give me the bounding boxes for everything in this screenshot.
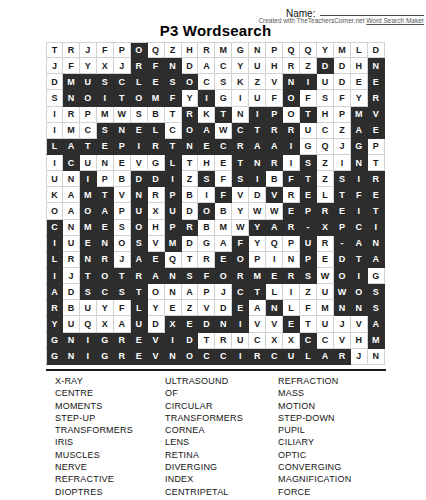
grid-cell: - (334, 236, 351, 252)
grid-cell: S (114, 284, 131, 300)
grid-cell: R (114, 333, 131, 349)
grid-cell: R (368, 90, 385, 106)
grid-cell: C (198, 74, 215, 90)
grid-cell: - (300, 220, 317, 236)
grid-cell: L (300, 349, 317, 365)
grid-cell: V (266, 187, 283, 203)
grid-cell: N (63, 349, 80, 365)
grid-cell: J (114, 58, 131, 74)
grid-cell: Z (182, 300, 199, 316)
grid-cell: P (283, 236, 300, 252)
grid-cell: P (165, 220, 182, 236)
grid-cell: E (165, 300, 182, 316)
grid-cell: U (131, 316, 148, 332)
grid-cell: E (283, 203, 300, 219)
grid-cell: C (46, 220, 63, 236)
grid-cell: J (334, 139, 351, 155)
grid-cell: I (283, 155, 300, 171)
grid-cell: W (266, 203, 283, 219)
word-list-column: REFRACTIONMASSMOTIONSTEP-DOWNPUPILCILIAR… (278, 375, 408, 498)
grid-cell: L (46, 252, 63, 268)
grid-cell: N (215, 316, 232, 332)
grid-cell: R (97, 252, 114, 268)
grid-cell: I (97, 90, 114, 106)
word-item: NERVE (55, 461, 160, 473)
grid-cell: E (114, 155, 131, 171)
grid-cell: U (283, 349, 300, 365)
grid-cell: T (198, 333, 215, 349)
grid-cell: A (63, 187, 80, 203)
grid-cell: Q (266, 236, 283, 252)
grid-cell: Z (165, 42, 182, 58)
grid-cell: B (182, 187, 199, 203)
grid-cell: C (249, 333, 266, 349)
grid-cell: W (232, 220, 249, 236)
grid-cell: M (334, 42, 351, 58)
grid-cell: C (215, 58, 232, 74)
grid-cell: N (283, 74, 300, 90)
grid-cell: W (317, 268, 334, 284)
grid-cell: R (63, 252, 80, 268)
grid-cell: R (198, 252, 215, 268)
grid-cell: M (165, 236, 182, 252)
grid-cell: C (80, 123, 97, 139)
grid-cell: O (182, 74, 199, 90)
grid-cell: H (351, 58, 368, 74)
grid-cell: Y (46, 316, 63, 332)
grid-cell: V (351, 316, 368, 332)
grid-cell: A (63, 203, 80, 219)
grid-cell: T (46, 42, 63, 58)
grid-cell: D (334, 252, 351, 268)
word-item: MOMENTS (55, 400, 160, 412)
grid-cell: O (131, 90, 148, 106)
grid-cell: N (368, 58, 385, 74)
grid-cell: O (283, 90, 300, 106)
grid-cell: B (148, 107, 165, 123)
grid-cell: M (215, 42, 232, 58)
grid-cell: Z (317, 155, 334, 171)
grid-cell: A (317, 349, 334, 365)
grid-cell: N (165, 349, 182, 365)
grid-cell: X (165, 316, 182, 332)
grid-cell: V (148, 349, 165, 365)
grid-cell: G (97, 349, 114, 365)
grid-cell: D (368, 42, 385, 58)
grid-cell: R (266, 123, 283, 139)
word-item: MUSCLES (55, 449, 160, 461)
grid-cell: V (249, 316, 266, 332)
grid-cell: P (97, 171, 114, 187)
grid-cell: A (131, 252, 148, 268)
grid-cell: M (249, 268, 266, 284)
grid-cell: B (266, 171, 283, 187)
grid-cell: F (63, 58, 80, 74)
grid-cell: D (198, 316, 215, 332)
grid-cell: Y (97, 300, 114, 316)
grid-cell: L (131, 74, 148, 90)
grid-cell: Z (334, 123, 351, 139)
grid-cell: U (232, 333, 249, 349)
grid-cell: B (114, 171, 131, 187)
grid-cell: R (46, 300, 63, 316)
grid-cell: O (351, 284, 368, 300)
grid-cell: N (165, 284, 182, 300)
grid-cell: G (198, 236, 215, 252)
grid-cell: D (334, 74, 351, 90)
grid-cell: Y (249, 220, 266, 236)
word-item: STEP-UP (55, 412, 160, 424)
grid-cell: E (368, 74, 385, 90)
grid-cell: I (165, 171, 182, 187)
grid-cell: L (351, 42, 368, 58)
grid-cell: S (215, 74, 232, 90)
grid-cell: S (368, 284, 385, 300)
grid-cell: T (300, 171, 317, 187)
grid-cell: V (334, 333, 351, 349)
grid-cell: D (182, 58, 199, 74)
grid-cell: R (131, 268, 148, 284)
grid-cell: L (266, 284, 283, 300)
grid-cell: C (351, 220, 368, 236)
grid-cell: O (232, 252, 249, 268)
grid-cell: A (198, 58, 215, 74)
grid-cell: J (80, 42, 97, 58)
grid-cell: U (80, 155, 97, 171)
grid-bottom-rule (46, 369, 386, 371)
word-item: RETINA (165, 449, 273, 461)
grid-cell: E (97, 220, 114, 236)
grid-cell: F (300, 300, 317, 316)
grid-cell: O (80, 203, 97, 219)
grid-cell: F (215, 187, 232, 203)
grid-cell: I (232, 90, 249, 106)
grid-cell: U (63, 236, 80, 252)
grid-cell: C (97, 284, 114, 300)
grid-cell: J (63, 268, 80, 284)
grid-cell: N (368, 349, 385, 365)
grid-cell: T (334, 187, 351, 203)
word-item: LENS (165, 436, 273, 448)
grid-cell: U (80, 300, 97, 316)
grid-cell: R (63, 42, 80, 58)
grid-cell: A (198, 123, 215, 139)
grid-cell: T (114, 268, 131, 284)
word-item: MASS (278, 387, 408, 399)
grid-cell: R (63, 107, 80, 123)
grid-cell: D (317, 58, 334, 74)
grid-cell: W (215, 123, 232, 139)
grid-cell: E (80, 236, 97, 252)
grid-cell: S (317, 90, 334, 106)
grid-cell: U (46, 171, 63, 187)
grid-cell: S (182, 268, 199, 284)
word-item: X-RAY (55, 375, 160, 387)
grid-cell: A (63, 139, 80, 155)
grid-cell: X (317, 220, 334, 236)
grid-cell: M (351, 107, 368, 123)
grid-cell: N (63, 333, 80, 349)
grid-cell: N (165, 58, 182, 74)
grid-cell: I (368, 220, 385, 236)
grid-cell: G (97, 333, 114, 349)
grid-cell: N (232, 107, 249, 123)
word-item: PUPIL (278, 424, 408, 436)
grid-cell: N (351, 300, 368, 316)
grid-cell: T (300, 107, 317, 123)
grid-cell: P (249, 252, 266, 268)
grid-cell: H (198, 155, 215, 171)
grid-cell: E (300, 187, 317, 203)
grid-cell: O (283, 107, 300, 123)
grid-cell: C (215, 349, 232, 365)
grid-cell: M (148, 90, 165, 106)
grid-cell: E (131, 333, 148, 349)
grid-cell: N (80, 252, 97, 268)
grid-cell: D (131, 171, 148, 187)
grid-cell: N (283, 252, 300, 268)
grid-cell: Q (148, 42, 165, 58)
grid-cell: F (215, 171, 232, 187)
grid-cell: R (232, 268, 249, 284)
word-item: CONVERGING (278, 461, 408, 473)
grid-cell: E (148, 74, 165, 90)
grid-cell: I (80, 171, 97, 187)
grid-cell: S (334, 171, 351, 187)
word-item: CILIARY (278, 436, 408, 448)
grid-cell: T (215, 107, 232, 123)
grid-cell: A (266, 220, 283, 236)
grid-cell: D (182, 333, 199, 349)
grid-cell: S (97, 123, 114, 139)
grid-cell: B (63, 300, 80, 316)
grid-cell: O (131, 42, 148, 58)
grid-cell: O (80, 90, 97, 106)
grid-cell: C (317, 333, 334, 349)
grid-cell: R (232, 139, 249, 155)
grid-cell: E (215, 155, 232, 171)
grid-cell: R (334, 349, 351, 365)
grid-cell: A (368, 316, 385, 332)
grid-cell: U (317, 316, 334, 332)
grid-cell: U (80, 74, 97, 90)
grid-cell: R (368, 171, 385, 187)
grid-cell: V (368, 107, 385, 123)
grid-cell: R (198, 42, 215, 58)
grid-cell: I (46, 107, 63, 123)
grid-cell: W (114, 107, 131, 123)
grid-cell: P (300, 203, 317, 219)
grid-cell: M (215, 220, 232, 236)
grid-cell: T (131, 284, 148, 300)
grid-cell: E (317, 252, 334, 268)
grid-cell: S (198, 171, 215, 187)
word-item: TRANSFORMERS (55, 424, 160, 436)
grid-cell: R (317, 203, 334, 219)
grid-cell: A (368, 252, 385, 268)
grid-cell: S (114, 220, 131, 236)
grid-cell: H (317, 107, 334, 123)
grid-cell: O (182, 123, 199, 139)
grid-cell: M (80, 220, 97, 236)
grid-cell: K (198, 107, 215, 123)
grid-cell: F (232, 236, 249, 252)
grid-cell: E (232, 300, 249, 316)
grid-cell: N (368, 236, 385, 252)
grid-cell: Q (165, 252, 182, 268)
grid-cell: E (198, 139, 215, 155)
grid-cell: M (97, 107, 114, 123)
grid-cell: J (114, 252, 131, 268)
grid-cell: A (114, 316, 131, 332)
grid-cell: V (148, 236, 165, 252)
grid-cell: N (63, 90, 80, 106)
grid-cell: U (317, 284, 334, 300)
grid-cell: P (334, 220, 351, 236)
grid-cell: X (266, 333, 283, 349)
grid-cell: I (351, 203, 368, 219)
grid-cell: J (215, 284, 232, 300)
grid-cell: V (198, 300, 215, 316)
grid-cell: V (114, 187, 131, 203)
name-blank-line (320, 15, 424, 16)
grid-cell: L (317, 187, 334, 203)
grid-cell: S (80, 284, 97, 300)
grid-cell: V (266, 74, 283, 90)
grid-cell: E (351, 74, 368, 90)
grid-cell: I (266, 252, 283, 268)
word-item: DIVERGING (165, 461, 273, 473)
grid-cell: I (131, 139, 148, 155)
grid-cell: N (97, 236, 114, 252)
grid-cell: I (46, 268, 63, 284)
grid-cell: N (165, 268, 182, 284)
grid-cell: H (148, 220, 165, 236)
grid-cell: D (182, 236, 199, 252)
grid-cell: Y (232, 58, 249, 74)
grid-cell: R (148, 187, 165, 203)
grid-cell: N (97, 155, 114, 171)
grid-cell: C (266, 349, 283, 365)
word-item: REFRACTIVE (55, 473, 160, 485)
grid-cell: Y (148, 300, 165, 316)
grid-cell: T (165, 107, 182, 123)
grid-cell: A (351, 123, 368, 139)
grid-cell: Y (351, 90, 368, 106)
word-item: TRANSFORMERS (165, 412, 273, 424)
grid-cell: M (80, 187, 97, 203)
grid-cell: V (266, 316, 283, 332)
word-item: OPTIC (278, 449, 408, 461)
grid-cell: S (232, 171, 249, 187)
word-item: MAGNIFICATION (278, 473, 408, 485)
grid-cell: Z (300, 284, 317, 300)
grid-cell: D (46, 74, 63, 90)
grid-cell: R (317, 236, 334, 252)
grid-cell: O (131, 220, 148, 236)
grid-cell: P (334, 107, 351, 123)
grid-cell: S (165, 74, 182, 90)
grid-cell: D (148, 316, 165, 332)
grid-cell: P (114, 203, 131, 219)
word-item: CIRCULAR (165, 400, 273, 412)
grid-cell: D (215, 300, 232, 316)
grid-cell: I (198, 90, 215, 106)
grid-cell: B (198, 220, 215, 236)
grid-cell: I (46, 123, 63, 139)
grid-cell: T (182, 155, 199, 171)
grid-cell: S (131, 107, 148, 123)
grid-cell: L (46, 139, 63, 155)
grid-cell: P (80, 107, 97, 123)
grid-cell: L (283, 300, 300, 316)
grid-cell: F (334, 90, 351, 106)
grid-cell: R (131, 58, 148, 74)
grid-cell: I (232, 349, 249, 365)
grid-cell: T (368, 155, 385, 171)
grid-cell: T (249, 284, 266, 300)
grid-cell: U (249, 90, 266, 106)
grid-cell: I (283, 284, 300, 300)
grid-cell: Y (249, 236, 266, 252)
grid-cell: G (368, 268, 385, 284)
grid-cell: Z (317, 171, 334, 187)
grid-cell: I (300, 74, 317, 90)
word-item: REFRACTION (278, 375, 408, 387)
grid-cell: J (46, 58, 63, 74)
grid-cell: F (148, 58, 165, 74)
word-item: STEP-DOWN (278, 412, 408, 424)
grid-cell: E (368, 123, 385, 139)
grid-cell: P (266, 42, 283, 58)
grid-cell: J (351, 349, 368, 365)
word-list-column: X-RAYCENTREMOMENTSSTEP-UPTRANSFORMERSIRI… (55, 375, 160, 498)
grid-cell: A (97, 203, 114, 219)
grid-cell: R (283, 123, 300, 139)
grid-cell: F (165, 90, 182, 106)
grid-cell: F (114, 300, 131, 316)
grid-cell: P (165, 187, 182, 203)
grid-cell: X (97, 58, 114, 74)
grid-cell: E (266, 268, 283, 284)
grid-cell: P (198, 284, 215, 300)
grid-cell: M (63, 74, 80, 90)
grid-cell: I (80, 349, 97, 365)
grid-cell: P (300, 252, 317, 268)
grid-cell: Y (232, 203, 249, 219)
wordsearch-grid: TRJFPOQZHRMGNPQQYMLDJFYXJRFNDACYUHRZDDHN… (46, 42, 385, 365)
grid-cell: I (198, 187, 215, 203)
word-item: INDEX (165, 473, 273, 485)
grid-cell: D (148, 171, 165, 187)
grid-cell: W (249, 203, 266, 219)
grid-cell: N (249, 42, 266, 58)
word-item: CENTRIPETAL (165, 486, 273, 498)
grid-cell: A (215, 236, 232, 252)
grid-cell: P (266, 107, 283, 123)
grid-cell: S (300, 268, 317, 284)
word-list: X-RAYCENTREMOMENTSSTEP-UPTRANSFORMERSIRI… (55, 375, 415, 498)
grid-cell: R (215, 333, 232, 349)
grid-cell: R (283, 268, 300, 284)
word-item: FORCE (278, 486, 408, 498)
word-item: ULTRASOUND (165, 375, 273, 387)
grid-cell: C (165, 123, 182, 139)
grid-cell: I (80, 333, 97, 349)
grid-cell: U (63, 316, 80, 332)
grid-cell: U (249, 58, 266, 74)
worksheet-page: Name: Created with TheTeachersCorner.net… (0, 0, 426, 500)
